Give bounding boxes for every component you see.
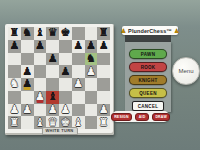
vest-badge (36, 100, 43, 103)
white-pawn: ♟ (60, 104, 70, 115)
square-h7[interactable]: ♟ (97, 40, 110, 53)
black-pawn: ♟ (35, 40, 45, 51)
black-pawn: ♟ (86, 40, 96, 51)
black-pawn: ♟ (99, 40, 109, 51)
square-h5[interactable] (97, 65, 110, 78)
square-e8[interactable]: ♚ (59, 27, 72, 40)
app-title: PlunderChess™ (128, 28, 172, 34)
black-rook: ♜ (99, 27, 109, 38)
square-c5[interactable] (34, 65, 47, 78)
square-d3[interactable]: ♝ (46, 91, 59, 104)
white-knight: ♞ (9, 78, 19, 89)
square-b1[interactable] (21, 116, 34, 129)
square-b3[interactable] (21, 91, 34, 104)
square-a5[interactable] (8, 65, 21, 78)
black-pawn: ♟ (73, 40, 83, 51)
pawn-button[interactable]: PAWN (129, 49, 167, 59)
square-h8[interactable]: ♜ (97, 27, 110, 40)
square-h6[interactable] (97, 53, 110, 66)
square-c8[interactable]: ♝ (34, 27, 47, 40)
black-pawn: ♟ (48, 53, 58, 64)
square-g2[interactable] (85, 104, 98, 117)
square-f6[interactable] (72, 53, 85, 66)
square-g3[interactable] (85, 91, 98, 104)
square-a2[interactable]: ♟ (8, 104, 21, 117)
square-c3[interactable]: ♟ (34, 91, 47, 104)
square-a1[interactable]: ♜ (8, 116, 21, 129)
black-pawn: ♟ (9, 40, 19, 51)
queen-button[interactable]: QUEEN (129, 88, 167, 98)
square-a3[interactable] (8, 91, 21, 104)
gold-pawn-icon: ♟ (174, 28, 179, 34)
menu-button-label: Menu (178, 68, 193, 74)
square-c2[interactable] (34, 104, 47, 117)
square-d5[interactable] (46, 65, 59, 78)
black-rook: ♜ (9, 27, 19, 38)
square-d6[interactable]: ♟ (46, 53, 59, 66)
square-e3[interactable] (59, 91, 72, 104)
square-f7[interactable]: ♟ (72, 40, 85, 53)
square-a4[interactable]: ♞ (8, 78, 21, 91)
square-h4[interactable] (97, 78, 110, 91)
square-h2[interactable]: ♟ (97, 104, 110, 117)
square-b2[interactable]: ♟ (21, 104, 34, 117)
aid-button[interactable]: AID (135, 113, 149, 121)
square-b5[interactable]: ♟ (21, 65, 34, 78)
white-pawn: ♟ (22, 104, 32, 115)
square-a6[interactable] (8, 53, 21, 66)
white-rook: ♜ (99, 117, 109, 128)
white-pawn: ♟ (48, 104, 58, 115)
menu-button[interactable]: Menu (172, 57, 200, 85)
square-c4[interactable] (34, 78, 47, 91)
square-f4[interactable]: ♟ (72, 78, 85, 91)
chess-board-frame: ♜♞♝♛♚♜♟♟♟♟♟♟♞♟♟♟♞♟♟♟♝♟♟♟♟♟♜♝♛♚♝♜ WHITE T… (5, 24, 114, 135)
square-c6[interactable] (34, 53, 47, 66)
square-g8[interactable] (85, 27, 98, 40)
square-d2[interactable]: ♟ (46, 104, 59, 117)
white-pawn: ♟ (86, 66, 96, 77)
plunderchess-screen: ♜♞♝♛♚♜♟♟♟♟♟♟♞♟♟♟♞♟♟♟♝♟♟♟♟♟♜♝♛♚♝♜ WHITE T… (0, 0, 200, 150)
game-actions-bar: RESIGNAIDDRAW (112, 111, 169, 122)
square-b8[interactable]: ♞ (21, 27, 34, 40)
square-e2[interactable]: ♟ (59, 104, 72, 117)
square-f5[interactable] (72, 65, 85, 78)
black-king: ♚ (60, 27, 70, 38)
square-e5[interactable]: ♟ (59, 65, 72, 78)
square-e6[interactable] (59, 53, 72, 66)
white-rook: ♜ (9, 117, 19, 128)
square-b4[interactable]: ♟ (21, 78, 34, 91)
white-pawn: ♟ (9, 104, 19, 115)
black-knight: ♞ (86, 53, 96, 64)
black-bishop: ♝ (35, 27, 45, 38)
square-g4[interactable] (85, 78, 98, 91)
vest-badge (24, 87, 31, 90)
square-a8[interactable]: ♜ (8, 27, 21, 40)
rook-button[interactable]: ROOK (129, 62, 167, 72)
black-knight: ♞ (22, 27, 32, 38)
square-g7[interactable]: ♟ (85, 40, 98, 53)
resign-button[interactable]: RESIGN (111, 113, 133, 121)
black-queen: ♛ (48, 27, 58, 38)
square-g6[interactable]: ♞ (85, 53, 98, 66)
gold-pawn-icon: ♟ (121, 28, 126, 34)
white-pawn: ♟ (73, 78, 83, 89)
square-g5[interactable]: ♟ (85, 65, 98, 78)
draw-button[interactable]: DRAW (152, 113, 171, 121)
cancel-button[interactable]: CANCEL (132, 101, 164, 111)
square-c7[interactable]: ♟ (34, 40, 47, 53)
knight-button[interactable]: KNIGHT (129, 75, 167, 85)
square-g1[interactable] (85, 116, 98, 129)
panel-dark-bar (125, 35, 171, 42)
square-b7[interactable] (21, 40, 34, 53)
chess-board: ♜♞♝♛♚♜♟♟♟♟♟♟♞♟♟♟♞♟♟♟♝♟♟♟♟♟♜♝♛♚♝♜ (8, 27, 110, 129)
plunder-choice-panel: PAWNROOKKNIGHTQUEENCANCEL (125, 42, 171, 112)
square-f8[interactable] (72, 27, 85, 40)
square-h3[interactable] (97, 91, 110, 104)
square-d4[interactable] (46, 78, 59, 91)
square-e4[interactable] (59, 78, 72, 91)
square-d8[interactable]: ♛ (46, 27, 59, 40)
square-d7[interactable] (46, 40, 59, 53)
panel-header: ♟ PlunderChess™ ♟ (122, 26, 178, 35)
white-pawn: ♟ (99, 104, 109, 115)
square-a7[interactable]: ♟ (8, 40, 21, 53)
turn-indicator: WHITE TURN (41, 127, 77, 136)
square-f3[interactable] (72, 91, 85, 104)
square-e7[interactable] (59, 40, 72, 53)
square-f2[interactable] (72, 104, 85, 117)
black-pawn: ♟ (60, 66, 70, 77)
black-bishop: ♝ (48, 91, 58, 102)
square-b6[interactable] (21, 53, 34, 66)
black-pawn: ♟ (22, 66, 32, 77)
square-h1[interactable]: ♜ (97, 116, 110, 129)
